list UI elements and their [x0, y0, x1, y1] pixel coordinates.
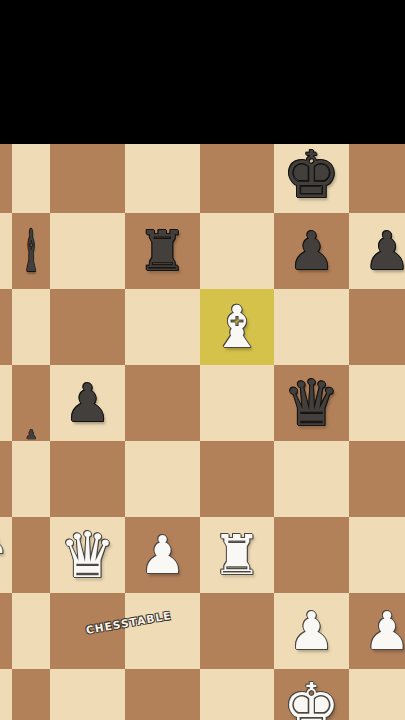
square-e3[interactable]: ♟	[125, 517, 200, 593]
black-pawn[interactable]: ♟	[364, 225, 405, 277]
square-h3[interactable]	[349, 517, 405, 593]
square-g4[interactable]	[274, 441, 349, 517]
square-c7[interactable]: ♝	[12, 213, 50, 289]
black-bishop[interactable]: ♝	[22, 222, 39, 280]
square-c6[interactable]	[12, 289, 50, 365]
video-frame: ♚♝♜♟♟♝♟♟♛♟♛♟♜♟♟♚ CHESSTABLE	[0, 0, 405, 720]
board: ♚♝♜♟♟♝♟♟♛♟♛♟♜♟♟♚	[0, 137, 405, 720]
square-c5[interactable]: ♟	[12, 365, 50, 441]
square-h4[interactable]	[349, 441, 405, 517]
square-e2[interactable]	[125, 593, 200, 669]
black-pawn[interactable]: ♟	[64, 377, 111, 429]
square-h8[interactable]	[349, 137, 405, 213]
square-d6[interactable]	[50, 289, 125, 365]
black-queen[interactable]: ♛	[283, 372, 339, 435]
square-d4[interactable]	[50, 441, 125, 517]
square-b8[interactable]	[0, 137, 12, 213]
top-letterbox-bar	[0, 0, 405, 144]
white-pawn[interactable]: ♟	[0, 528, 7, 558]
square-c2[interactable]	[12, 593, 50, 669]
square-f4[interactable]	[200, 441, 274, 517]
square-e7[interactable]: ♜	[125, 213, 200, 289]
square-g1[interactable]: ♚	[274, 669, 349, 720]
square-b1[interactable]	[0, 669, 12, 720]
square-d5[interactable]: ♟	[50, 365, 125, 441]
white-queen[interactable]: ♛	[59, 524, 115, 587]
square-e8[interactable]	[125, 137, 200, 213]
square-h5[interactable]	[349, 365, 405, 441]
square-c3[interactable]	[12, 517, 50, 593]
square-e5[interactable]	[125, 365, 200, 441]
square-b3[interactable]: ♟	[0, 517, 12, 593]
square-g7[interactable]: ♟	[274, 213, 349, 289]
black-king[interactable]: ♚	[283, 143, 340, 207]
square-f7[interactable]	[200, 213, 274, 289]
square-e4[interactable]	[125, 441, 200, 517]
square-g2[interactable]: ♟	[274, 593, 349, 669]
square-h6[interactable]	[349, 289, 405, 365]
square-d3[interactable]: ♛	[50, 517, 125, 593]
square-c1[interactable]	[12, 669, 50, 720]
square-f8[interactable]	[200, 137, 274, 213]
square-f2[interactable]	[200, 593, 274, 669]
square-f6[interactable]: ♝	[200, 289, 274, 365]
square-b6[interactable]	[0, 289, 12, 365]
square-f1[interactable]	[200, 669, 274, 720]
white-pawn[interactable]: ♟	[139, 529, 186, 581]
black-pawn[interactable]: ♟	[25, 427, 37, 441]
square-e6[interactable]	[125, 289, 200, 365]
square-e1[interactable]	[125, 669, 200, 720]
square-h1[interactable]	[349, 669, 405, 720]
square-g5[interactable]: ♛	[274, 365, 349, 441]
square-g6[interactable]	[274, 289, 349, 365]
square-b7[interactable]	[0, 213, 12, 289]
white-pawn[interactable]: ♟	[364, 605, 405, 657]
square-h2[interactable]: ♟	[349, 593, 405, 669]
square-b2[interactable]	[0, 593, 12, 669]
square-h7[interactable]: ♟	[349, 213, 405, 289]
white-pawn[interactable]: ♟	[288, 605, 335, 657]
white-rook[interactable]: ♜	[212, 528, 261, 583]
black-rook[interactable]: ♜	[138, 224, 187, 279]
square-c8[interactable]	[12, 137, 50, 213]
square-d8[interactable]	[50, 137, 125, 213]
square-c4[interactable]	[12, 441, 50, 517]
white-king[interactable]: ♚	[283, 675, 340, 720]
square-d1[interactable]	[50, 669, 125, 720]
black-pawn[interactable]: ♟	[288, 225, 335, 277]
square-g8[interactable]: ♚	[274, 137, 349, 213]
square-b4[interactable]	[0, 441, 12, 517]
square-g3[interactable]	[274, 517, 349, 593]
white-bishop[interactable]: ♝	[211, 298, 263, 356]
square-d7[interactable]	[50, 213, 125, 289]
square-f5[interactable]	[200, 365, 274, 441]
square-f3[interactable]: ♜	[200, 517, 274, 593]
square-b5[interactable]	[0, 365, 12, 441]
